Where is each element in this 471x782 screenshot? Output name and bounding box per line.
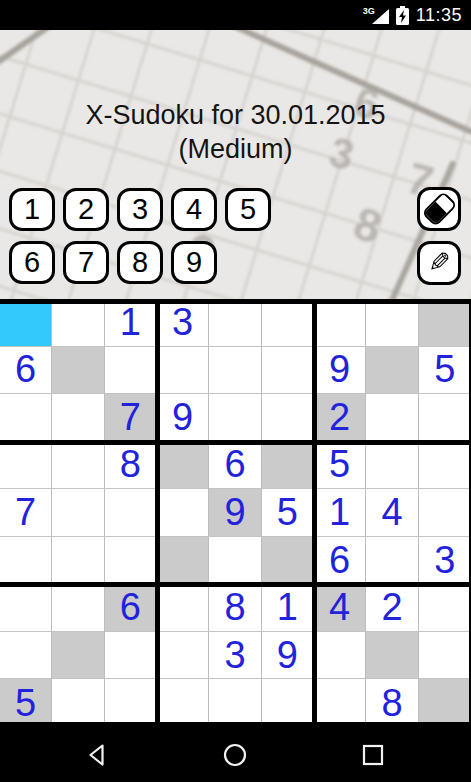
cell-r7c7[interactable]: 4 bbox=[314, 584, 366, 632]
home-button[interactable] bbox=[221, 741, 249, 769]
cell-r6c3[interactable] bbox=[105, 537, 157, 585]
cell-r2c6[interactable] bbox=[262, 347, 314, 395]
cell-r7c8[interactable]: 2 bbox=[366, 584, 418, 632]
signal-triangle-icon bbox=[372, 9, 389, 24]
cell-r9c3[interactable] bbox=[105, 679, 157, 727]
puzzle-title-line2: (Medium) bbox=[0, 132, 471, 166]
status-bar: 3G 11:35 bbox=[0, 0, 471, 30]
cell-r8c9[interactable] bbox=[419, 632, 471, 680]
cell-r9c6[interactable] bbox=[262, 679, 314, 727]
cell-r4c8[interactable] bbox=[366, 442, 418, 490]
cell-r2c2[interactable] bbox=[52, 347, 104, 395]
digit-button-5[interactable]: 5 bbox=[225, 188, 271, 231]
cell-r7c4[interactable] bbox=[157, 584, 209, 632]
cell-r6c9[interactable]: 3 bbox=[419, 537, 471, 585]
cell-r1c2[interactable] bbox=[52, 299, 104, 347]
cell-r4c9[interactable] bbox=[419, 442, 471, 490]
cell-r9c2[interactable] bbox=[52, 679, 104, 727]
cell-r5c3[interactable] bbox=[105, 489, 157, 537]
cell-r6c1[interactable] bbox=[0, 537, 52, 585]
cell-r5c2[interactable] bbox=[52, 489, 104, 537]
cell-r1c1[interactable] bbox=[0, 299, 52, 347]
cell-r9c5[interactable] bbox=[209, 679, 261, 727]
cell-r7c2[interactable] bbox=[52, 584, 104, 632]
cell-r7c6[interactable]: 1 bbox=[262, 584, 314, 632]
digit-button-6[interactable]: 6 bbox=[9, 241, 55, 284]
cell-r5c6[interactable]: 5 bbox=[262, 489, 314, 537]
digit-button-7[interactable]: 7 bbox=[63, 241, 109, 284]
lightning-bolt-icon bbox=[398, 10, 407, 23]
header: 6 3 7 8 2 X-Sudoku for 30.01.2015 (Mediu… bbox=[0, 30, 471, 300]
digit-button-2[interactable]: 2 bbox=[63, 188, 109, 231]
cell-r8c7[interactable] bbox=[314, 632, 366, 680]
cell-r2c5[interactable] bbox=[209, 347, 261, 395]
signal-icon: 3G bbox=[363, 6, 389, 24]
cell-r5c4[interactable] bbox=[157, 489, 209, 537]
cell-r5c5[interactable]: 9 bbox=[209, 489, 261, 537]
cell-r2c1[interactable]: 6 bbox=[0, 347, 52, 395]
cell-r8c6[interactable]: 9 bbox=[262, 632, 314, 680]
back-triangle-icon bbox=[84, 742, 110, 768]
tool-buttons: ✎ bbox=[417, 187, 461, 295]
digit-button-4[interactable]: 4 bbox=[171, 188, 217, 231]
digit-button-8[interactable]: 8 bbox=[117, 241, 163, 284]
cell-r4c6[interactable] bbox=[262, 442, 314, 490]
cell-r1c3[interactable]: 1 bbox=[105, 299, 157, 347]
clock: 11:35 bbox=[416, 5, 462, 26]
cell-r2c4[interactable] bbox=[157, 347, 209, 395]
cell-r3c7[interactable]: 2 bbox=[314, 394, 366, 442]
digit-button-1[interactable]: 1 bbox=[9, 188, 55, 231]
cell-r1c5[interactable] bbox=[209, 299, 261, 347]
digit-keypad-row2: 6789 bbox=[9, 241, 271, 284]
cell-r6c7[interactable]: 6 bbox=[314, 537, 366, 585]
cell-r1c8[interactable] bbox=[366, 299, 418, 347]
cell-r3c8[interactable] bbox=[366, 394, 418, 442]
cell-r1c4[interactable]: 3 bbox=[157, 299, 209, 347]
digit-keypad-row1: 12345 bbox=[9, 188, 271, 231]
puzzle-title: X-Sudoku for 30.01.2015 (Medium) bbox=[0, 98, 471, 166]
cell-r3c4[interactable]: 9 bbox=[157, 394, 209, 442]
cell-r8c3[interactable] bbox=[105, 632, 157, 680]
cell-r8c2[interactable] bbox=[52, 632, 104, 680]
app-screen: 3G 11:35 6 3 7 8 2 X-Sudoku for 30 bbox=[0, 0, 471, 782]
cell-r2c3[interactable] bbox=[105, 347, 157, 395]
cell-r3c3[interactable]: 7 bbox=[105, 394, 157, 442]
battery-charging-icon bbox=[396, 6, 409, 25]
back-button[interactable] bbox=[83, 741, 111, 769]
cell-r1c9[interactable] bbox=[419, 299, 471, 347]
sudoku-board: 136957928657951463681423958 bbox=[0, 299, 471, 727]
cell-r2c8[interactable] bbox=[366, 347, 418, 395]
cell-r3c1[interactable] bbox=[0, 394, 52, 442]
cell-r4c1[interactable] bbox=[0, 442, 52, 490]
cell-r3c6[interactable] bbox=[262, 394, 314, 442]
cell-r6c6[interactable] bbox=[262, 537, 314, 585]
cell-r6c2[interactable] bbox=[52, 537, 104, 585]
cell-r2c9[interactable]: 5 bbox=[419, 347, 471, 395]
cell-r5c7[interactable]: 1 bbox=[314, 489, 366, 537]
android-nav-bar bbox=[0, 727, 471, 782]
digit-keypad: 12345 6789 bbox=[9, 188, 271, 294]
sudoku-cells: 136957928657951463681423958 bbox=[0, 299, 471, 727]
cell-r7c5[interactable]: 8 bbox=[209, 584, 261, 632]
cell-r4c3[interactable]: 8 bbox=[105, 442, 157, 490]
cell-r6c8[interactable] bbox=[366, 537, 418, 585]
cell-r7c3[interactable]: 6 bbox=[105, 584, 157, 632]
cell-r4c4[interactable] bbox=[157, 442, 209, 490]
cell-r5c1[interactable]: 7 bbox=[0, 489, 52, 537]
cell-r8c8[interactable] bbox=[366, 632, 418, 680]
cell-r4c7[interactable]: 5 bbox=[314, 442, 366, 490]
cell-r8c5[interactable]: 3 bbox=[209, 632, 261, 680]
cell-r5c9[interactable] bbox=[419, 489, 471, 537]
eraser-button[interactable] bbox=[417, 187, 461, 231]
cell-r3c2[interactable] bbox=[52, 394, 104, 442]
recents-square-icon bbox=[360, 742, 386, 768]
cell-r9c8[interactable]: 8 bbox=[366, 679, 418, 727]
cell-r1c7[interactable] bbox=[314, 299, 366, 347]
digit-button-9[interactable]: 9 bbox=[171, 241, 217, 284]
digit-button-3[interactable]: 3 bbox=[117, 188, 163, 231]
cell-r4c2[interactable] bbox=[52, 442, 104, 490]
puzzle-title-line1: X-Sudoku for 30.01.2015 bbox=[0, 98, 471, 132]
pencil-icon: ✎ bbox=[428, 250, 451, 277]
cell-r7c9[interactable] bbox=[419, 584, 471, 632]
cell-r4c5[interactable]: 6 bbox=[209, 442, 261, 490]
home-circle-icon bbox=[222, 742, 248, 768]
pencil-button[interactable]: ✎ bbox=[417, 241, 461, 285]
cell-r8c4[interactable] bbox=[157, 632, 209, 680]
cell-r6c4[interactable] bbox=[157, 537, 209, 585]
cell-r8c1[interactable] bbox=[0, 632, 52, 680]
cell-r9c9[interactable] bbox=[419, 679, 471, 727]
cell-r9c7[interactable] bbox=[314, 679, 366, 727]
eraser-icon bbox=[421, 191, 457, 227]
cell-r3c9[interactable] bbox=[419, 394, 471, 442]
cell-r6c5[interactable] bbox=[209, 537, 261, 585]
cell-r3c5[interactable] bbox=[209, 394, 261, 442]
recents-button[interactable] bbox=[359, 741, 387, 769]
cell-r7c1[interactable] bbox=[0, 584, 52, 632]
cell-r2c7[interactable]: 9 bbox=[314, 347, 366, 395]
cell-r9c1[interactable]: 5 bbox=[0, 679, 52, 727]
cell-r5c8[interactable]: 4 bbox=[366, 489, 418, 537]
cell-r9c4[interactable] bbox=[157, 679, 209, 727]
cell-r1c6[interactable] bbox=[262, 299, 314, 347]
